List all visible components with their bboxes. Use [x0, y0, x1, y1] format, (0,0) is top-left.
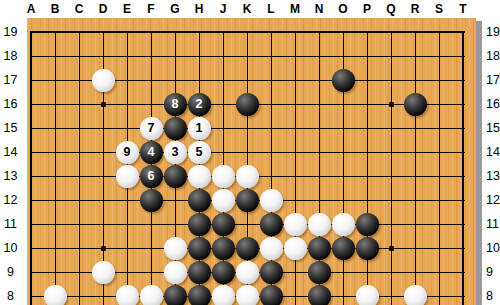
column-label-T: T — [451, 0, 475, 17]
stone-black-J9[interactable] — [212, 261, 235, 284]
row-label-right-11: 11 — [486, 215, 500, 233]
stone-black-G13[interactable] — [164, 165, 187, 188]
stone-white-H13[interactable] — [188, 165, 211, 188]
column-label-P: P — [355, 0, 379, 17]
grid-line-col-Q — [391, 31, 392, 305]
stone-black-P10[interactable] — [356, 237, 379, 260]
stone-black-N8[interactable] — [308, 285, 331, 305]
column-label-M: M — [283, 0, 307, 17]
stone-white-D9[interactable] — [92, 261, 115, 284]
column-label-L: L — [259, 0, 283, 17]
stone-black-G15[interactable] — [164, 117, 187, 140]
grid-line-col-A — [30, 31, 32, 305]
column-label-H: H — [187, 0, 211, 17]
stone-white-G14[interactable]: 3 — [164, 141, 187, 164]
row-label-left-11: 11 — [0, 215, 21, 233]
goban[interactable]: 827194356 — [27, 18, 476, 305]
row-label-right-10: 10 — [486, 239, 500, 257]
stone-white-G10[interactable] — [164, 237, 187, 260]
grid-line-col-T — [462, 31, 464, 305]
stone-white-L12[interactable] — [260, 189, 283, 212]
stone-black-J10[interactable] — [212, 237, 235, 260]
row-label-left-10: 10 — [0, 239, 21, 257]
stone-black-L9[interactable] — [260, 261, 283, 284]
board-shadow — [476, 21, 482, 305]
row-label-left-16: 16 — [0, 95, 21, 113]
row-label-left-19: 19 — [0, 23, 21, 41]
stone-white-E13[interactable] — [116, 165, 139, 188]
stone-white-N11[interactable] — [308, 213, 331, 236]
stone-white-J8[interactable] — [212, 285, 235, 305]
stone-white-B8[interactable] — [44, 285, 67, 305]
stone-black-H16[interactable]: 2 — [188, 93, 211, 116]
stone-white-M11[interactable] — [284, 213, 307, 236]
grid-line-col-B — [55, 31, 56, 305]
column-label-O: O — [331, 0, 355, 17]
row-label-left-8: 8 — [0, 287, 21, 305]
grid-line-col-P — [367, 31, 368, 305]
stone-black-H10[interactable] — [188, 237, 211, 260]
column-label-S: S — [427, 0, 451, 17]
row-label-right-13: 13 — [486, 167, 500, 185]
row-label-right-19: 19 — [486, 23, 500, 41]
grid-line-col-S — [439, 31, 440, 305]
grid-line-col-M — [295, 31, 296, 305]
row-label-right-12: 12 — [486, 191, 500, 209]
row-label-right-8: 8 — [486, 287, 500, 305]
stone-black-P11[interactable] — [356, 213, 379, 236]
stone-black-L8[interactable] — [260, 285, 283, 305]
column-label-A: A — [19, 0, 43, 17]
stone-white-P8[interactable] — [356, 285, 379, 305]
star-point-D10 — [101, 246, 106, 251]
row-label-left-15: 15 — [0, 119, 21, 137]
row-label-right-18: 18 — [486, 47, 500, 65]
column-label-K: K — [235, 0, 259, 17]
grid-line-col-C — [79, 31, 80, 305]
stone-white-J12[interactable] — [212, 189, 235, 212]
column-label-D: D — [91, 0, 115, 17]
grid-line-row-15 — [30, 128, 465, 129]
stone-white-D17[interactable] — [92, 69, 115, 92]
stone-white-M10[interactable] — [284, 237, 307, 260]
stone-black-H12[interactable] — [188, 189, 211, 212]
stone-white-O11[interactable] — [332, 213, 355, 236]
stone-white-K9[interactable] — [236, 261, 259, 284]
row-label-left-18: 18 — [0, 47, 21, 65]
stone-black-J11[interactable] — [212, 213, 235, 236]
stone-white-F8[interactable] — [140, 285, 163, 305]
stone-black-H11[interactable] — [188, 213, 211, 236]
column-label-R: R — [403, 0, 427, 17]
row-label-left-14: 14 — [0, 143, 21, 161]
stone-black-R16[interactable] — [404, 93, 427, 116]
column-label-C: C — [67, 0, 91, 17]
star-point-Q10 — [389, 246, 394, 251]
stone-black-F14[interactable]: 4 — [140, 141, 163, 164]
stone-white-K13[interactable] — [236, 165, 259, 188]
stone-white-E14[interactable]: 9 — [116, 141, 139, 164]
column-label-N: N — [307, 0, 331, 17]
stone-black-N10[interactable] — [308, 237, 331, 260]
stone-black-O10[interactable] — [332, 237, 355, 260]
stone-black-G16[interactable]: 8 — [164, 93, 187, 116]
star-point-D16 — [101, 102, 106, 107]
grid-line-row-19 — [30, 31, 465, 33]
stone-black-N9[interactable] — [308, 261, 331, 284]
grid-line-row-18 — [30, 56, 465, 57]
stone-black-L11[interactable] — [260, 213, 283, 236]
stone-white-J13[interactable] — [212, 165, 235, 188]
stone-black-H9[interactable] — [188, 261, 211, 284]
stone-white-K8[interactable] — [236, 285, 259, 305]
stone-white-E8[interactable] — [116, 285, 139, 305]
column-label-Q: Q — [379, 0, 403, 17]
row-label-right-15: 15 — [486, 119, 500, 137]
grid-line-row-11 — [30, 224, 465, 225]
stone-white-R8[interactable] — [404, 285, 427, 305]
column-label-E: E — [115, 0, 139, 17]
row-label-left-9: 9 — [0, 263, 21, 281]
stone-white-F15[interactable]: 7 — [140, 117, 163, 140]
row-label-right-14: 14 — [486, 143, 500, 161]
stone-black-K16[interactable] — [236, 93, 259, 116]
stone-white-G9[interactable] — [164, 261, 187, 284]
go-board-screenshot: 827194356 ABCDEFGHJKLMNOPQRST19191818171… — [0, 0, 500, 305]
stone-black-F12[interactable] — [140, 189, 163, 212]
stone-black-K12[interactable] — [236, 189, 259, 212]
column-label-G: G — [163, 0, 187, 17]
grid-line-row-14 — [30, 152, 465, 153]
row-label-right-17: 17 — [486, 71, 500, 89]
row-label-left-17: 17 — [0, 71, 21, 89]
stone-black-K10[interactable] — [236, 237, 259, 260]
row-label-left-13: 13 — [0, 167, 21, 185]
column-label-B: B — [43, 0, 67, 17]
stone-black-G8[interactable] — [164, 285, 187, 305]
grid-line-col-R — [415, 31, 416, 305]
stone-white-H14[interactable]: 5 — [188, 141, 211, 164]
stone-white-H15[interactable]: 1 — [188, 117, 211, 140]
column-label-J: J — [211, 0, 235, 17]
column-label-F: F — [139, 0, 163, 17]
stone-black-H8[interactable] — [188, 285, 211, 305]
row-label-right-9: 9 — [486, 263, 500, 281]
stone-white-L10[interactable] — [260, 237, 283, 260]
stone-black-F13[interactable]: 6 — [140, 165, 163, 188]
star-point-Q16 — [389, 102, 394, 107]
stone-black-O17[interactable] — [332, 69, 355, 92]
row-label-right-16: 16 — [486, 95, 500, 113]
row-label-left-12: 12 — [0, 191, 21, 209]
